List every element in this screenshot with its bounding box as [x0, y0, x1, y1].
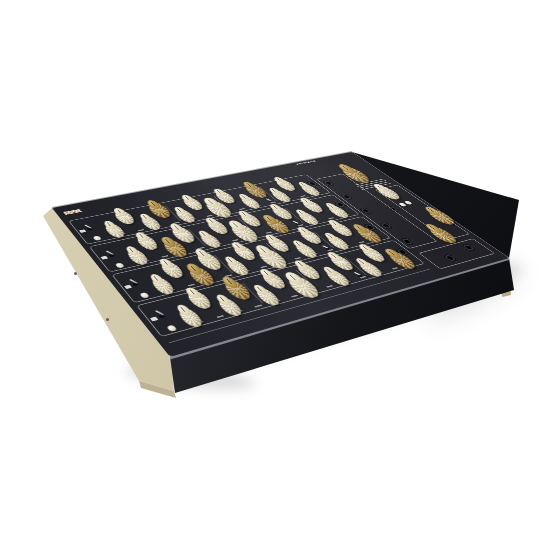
micro-labels [168, 236, 385, 291]
knob-skirt [384, 250, 419, 270]
channel-toggle-switch [158, 314, 165, 318]
knob-skirt [193, 251, 226, 272]
knob-cap [261, 214, 280, 225]
knob-skirt [168, 225, 199, 244]
control-knob [259, 271, 289, 290]
control-knob [252, 287, 283, 307]
selector-knob [352, 226, 385, 244]
control-knob [297, 229, 325, 245]
knob-skirt [237, 212, 264, 227]
knob-skirt [325, 204, 352, 219]
knob-cap [324, 202, 340, 211]
control-knob [184, 290, 214, 311]
knob-skirt [252, 287, 283, 307]
knob-cap [175, 304, 194, 317]
knob-cap [184, 263, 204, 276]
knob-skirt [102, 222, 128, 239]
control-knob [325, 204, 352, 219]
knob-cap [168, 223, 187, 234]
section-divider [213, 196, 230, 211]
knob-skirt [297, 229, 325, 245]
jack-socket [383, 205, 401, 214]
knob-skirt [322, 268, 353, 287]
knob-skirt [124, 248, 152, 266]
knob-cap [273, 177, 288, 185]
knob-skirt [299, 199, 325, 213]
control-knob [269, 206, 296, 221]
knob-cap [197, 230, 214, 240]
knob-skirt [197, 232, 224, 249]
selector-knob [338, 166, 374, 184]
micro-labels [119, 191, 325, 235]
control-knob [215, 296, 246, 317]
knob-skirt [254, 247, 292, 270]
knob-cap [102, 220, 118, 230]
knob-cap [258, 268, 276, 279]
selector-knob [145, 202, 174, 219]
knob-cap [354, 258, 372, 269]
control-knob [355, 260, 385, 278]
control-knob [112, 210, 137, 226]
case-screw [106, 318, 109, 321]
knob-cap [383, 248, 404, 260]
control-knob [197, 232, 224, 249]
knob-cap [184, 287, 202, 299]
knob-skirt [227, 222, 263, 243]
knob-cap [134, 232, 150, 242]
control-knob [138, 215, 164, 231]
selector-knob [425, 225, 460, 244]
knob-skirt [238, 195, 264, 209]
knob-skirt [230, 244, 258, 262]
control-knob [264, 236, 292, 253]
section-divider [265, 243, 285, 261]
control-knob [358, 246, 388, 263]
section-divider [259, 187, 277, 201]
channel-push-button [93, 236, 102, 241]
jack-socket [356, 206, 374, 215]
knob-skirt [294, 262, 324, 281]
case-screw [74, 272, 77, 275]
mini-toggle-switch [188, 217, 193, 219]
channel-label-block [150, 317, 158, 322]
knob-skirt [355, 260, 385, 278]
channel-label-block [79, 229, 86, 233]
knob-skirt [204, 219, 231, 235]
knob-cap [223, 256, 240, 267]
jack-socket [320, 179, 337, 187]
knob-cap [230, 242, 247, 252]
knob-skirt [273, 179, 298, 192]
knob-cap [226, 220, 247, 232]
knob-cap [237, 193, 253, 202]
knob-skirt [145, 202, 174, 219]
channel-push-button [115, 263, 125, 269]
knob-skirt [184, 265, 218, 287]
selector-knob [159, 239, 191, 259]
selector-knob [384, 250, 419, 270]
jack-socket [376, 221, 395, 231]
control-knob [298, 183, 324, 196]
knob-skirt [269, 206, 296, 221]
knob-cap [148, 273, 166, 285]
knob-skirt [220, 278, 255, 301]
knob-skirt [202, 200, 236, 219]
control-knob [273, 179, 298, 192]
section-divider [344, 257, 367, 276]
control-knob [193, 251, 226, 272]
section-divider [285, 208, 304, 224]
knob-cap [124, 246, 141, 257]
control-knob [254, 247, 292, 270]
section-divider [295, 269, 317, 289]
selector-knob [262, 217, 293, 235]
knob-cap [202, 197, 222, 208]
knob-skirt [112, 210, 137, 226]
knob-cap [296, 227, 313, 237]
power-led [338, 166, 344, 169]
mini-toggle-switch [268, 200, 273, 202]
channel-toggle-switch [132, 282, 139, 286]
knob-cap [264, 234, 281, 244]
mini-toggle-switch [271, 298, 277, 301]
knob-cap [327, 220, 344, 229]
control-knob [204, 219, 231, 235]
knob-cap [237, 210, 253, 219]
section-divider [188, 229, 206, 246]
knob-skirt [259, 271, 289, 290]
knob-cap [159, 236, 178, 248]
knob-skirt [223, 258, 252, 277]
knob-skirt [215, 296, 246, 317]
knob-skirt [262, 217, 293, 235]
control-knob [373, 185, 403, 200]
knob-skirt [284, 274, 324, 300]
control-knob [148, 276, 177, 296]
knob-cap [193, 248, 213, 260]
control-knob [175, 307, 206, 329]
knob-skirt [268, 189, 294, 203]
control-knob [202, 200, 236, 219]
knob-cap [214, 294, 233, 307]
knob-cap [293, 260, 311, 271]
knob-cap [291, 240, 308, 250]
channel-toggle-switch [108, 254, 115, 258]
control-knob [324, 234, 353, 251]
jack-socket [338, 192, 356, 201]
knob-skirt [292, 242, 321, 259]
knob-cap [323, 232, 340, 242]
knob-skirt [173, 208, 199, 223]
jack-socket [440, 253, 460, 264]
master-push-button [404, 201, 413, 205]
control-knob [124, 248, 152, 266]
knob-skirt [327, 254, 357, 272]
control-knob [180, 196, 205, 211]
section-divider [164, 205, 180, 221]
knob-cap [294, 209, 310, 218]
channel-toggle-switch [87, 227, 93, 230]
master-push-button [398, 202, 407, 206]
knob-skirt [175, 307, 206, 329]
jack-socket [458, 242, 478, 252]
control-knob [328, 222, 356, 238]
jack-socket [397, 236, 417, 246]
control-knob [223, 258, 252, 277]
knob-cap [321, 266, 339, 277]
maker-logo: vermona [295, 160, 317, 166]
mini-toggle-switch [325, 248, 330, 251]
knob-cap [220, 276, 241, 290]
knob-skirt [425, 225, 460, 244]
control-knob [213, 190, 238, 204]
jack-socket [360, 222, 379, 232]
control-knob [327, 254, 357, 272]
knob-skirt [264, 236, 292, 253]
channel-label-block [100, 256, 108, 260]
knob-cap [253, 244, 276, 258]
knob-cap [297, 182, 312, 190]
knob-skirt [338, 166, 374, 184]
micro-labels [142, 213, 354, 262]
selector-knob [220, 278, 255, 301]
knob-cap [204, 217, 220, 226]
knob-cap [336, 164, 358, 175]
knob-cap [423, 223, 444, 234]
product-photo: PERfourMER vermona [0, 0, 550, 550]
control-knob [102, 222, 128, 239]
jack-socket [304, 180, 321, 188]
knob-skirt [295, 211, 322, 226]
channel-strip [68, 174, 331, 244]
knob-cap [357, 244, 375, 254]
channel-push-button [139, 292, 150, 298]
knob-cap [241, 181, 258, 190]
channel-label-block [124, 285, 132, 289]
knob-skirt [373, 185, 403, 200]
knob-cap [145, 200, 163, 210]
control-knob [322, 268, 353, 287]
knob-cap [138, 213, 154, 222]
control-knob [237, 212, 264, 227]
knob-cap [326, 252, 344, 263]
channel-strip [111, 216, 391, 303]
knob-skirt [358, 246, 388, 263]
section-divider [313, 231, 334, 248]
control-knob [173, 208, 199, 223]
selector-knob [184, 265, 218, 287]
knob-skirt [242, 183, 271, 199]
control-knob [134, 234, 161, 251]
knob-skirt [159, 239, 191, 259]
knob-cap [283, 271, 307, 286]
section-divider [238, 218, 257, 234]
mini-toggle-switch [295, 223, 300, 225]
control-knob [238, 195, 264, 209]
mini-toggle-switch [357, 274, 363, 277]
knob-skirt [324, 234, 353, 251]
jack-socket [331, 200, 349, 209]
knob-cap [268, 187, 283, 195]
jack-socket [392, 247, 412, 258]
mini-toggle-switch [241, 268, 247, 271]
control-knob [295, 211, 322, 226]
control-knob [292, 242, 321, 259]
knob-skirt [352, 226, 385, 244]
control-knob [299, 199, 325, 213]
control-knob [268, 189, 294, 203]
knob-skirt [184, 290, 214, 311]
knob-skirt [148, 276, 177, 296]
knob-cap [299, 197, 315, 206]
knob-cap [173, 206, 189, 215]
knob-cap [372, 183, 390, 192]
knob-skirt [298, 183, 324, 196]
control-knob [227, 222, 263, 243]
control-knob [230, 244, 258, 262]
knob-skirt [138, 215, 164, 231]
knob-cap [252, 284, 271, 296]
knob-skirt [134, 234, 161, 251]
control-knob [168, 225, 199, 244]
knob-cap [180, 195, 195, 204]
knob-skirt [213, 190, 238, 204]
selector-knob [242, 183, 271, 199]
knob-cap [212, 188, 227, 196]
knob-cap [351, 224, 371, 235]
group-box [419, 238, 496, 269]
spec-text-lines [355, 179, 392, 191]
knob-skirt [180, 196, 205, 211]
knob-skirt [328, 222, 356, 238]
control-knob [158, 260, 187, 279]
channel-strip [89, 194, 360, 272]
knob-cap [268, 204, 284, 213]
section-divider [214, 255, 234, 274]
control-knob [294, 262, 324, 281]
knob-skirt [158, 260, 187, 279]
section-divider [242, 283, 263, 304]
knob-cap [158, 258, 175, 269]
control-knob [284, 274, 324, 300]
channel-push-button [166, 325, 177, 332]
mini-toggle-switch [213, 242, 218, 245]
knob-cap [112, 208, 127, 217]
